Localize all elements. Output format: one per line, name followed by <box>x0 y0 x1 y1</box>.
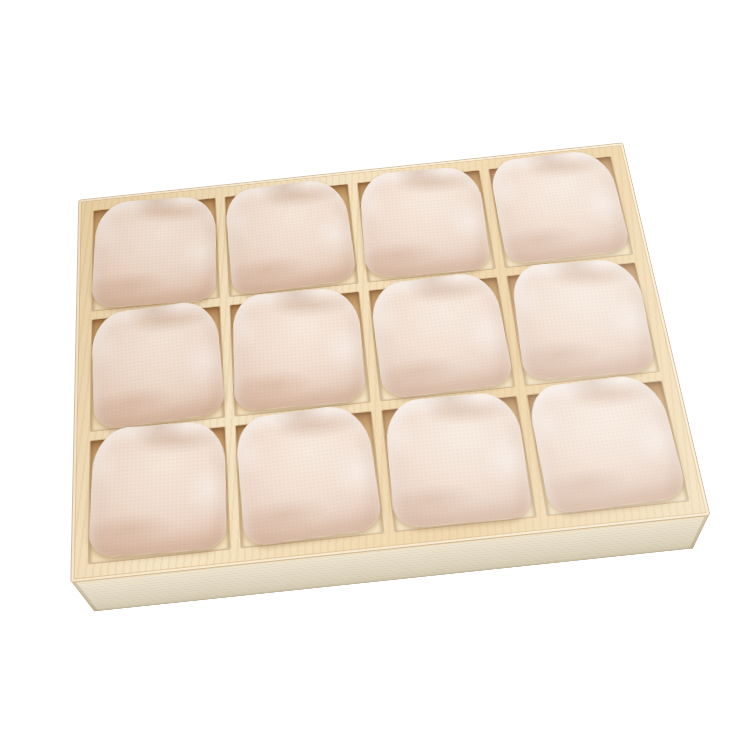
product-photo <box>0 0 750 750</box>
watch-pillow <box>91 298 226 431</box>
watch-pillow <box>224 176 358 296</box>
watch-pillow <box>88 419 227 558</box>
tray-top <box>71 143 709 582</box>
compartment-cell <box>92 198 219 311</box>
watch-pillow <box>234 401 384 547</box>
watch-pillow <box>510 258 657 381</box>
watch-pillow <box>525 371 688 514</box>
compartment-cell <box>507 263 659 385</box>
watch-pillow <box>91 195 217 309</box>
compartment-cell <box>89 427 230 564</box>
compartment-cell <box>369 278 514 400</box>
compartment-cell <box>382 396 536 531</box>
watch-pillow <box>233 286 367 412</box>
compartment-cell <box>231 292 370 415</box>
display-tray <box>71 143 709 582</box>
compartment-cell <box>527 381 688 515</box>
perspective-scene <box>53 100 685 589</box>
watch-pillow <box>367 270 514 401</box>
compartment-cell <box>236 411 383 547</box>
compartment-cell <box>91 307 225 431</box>
tray-rotation-wrapper <box>53 100 685 589</box>
watch-pillow <box>358 165 491 279</box>
watch-pillow <box>383 390 533 529</box>
compartment-cell <box>489 157 633 268</box>
compartment-cell <box>225 184 357 296</box>
compartment-cell <box>357 171 495 283</box>
watch-pillow <box>487 148 632 265</box>
